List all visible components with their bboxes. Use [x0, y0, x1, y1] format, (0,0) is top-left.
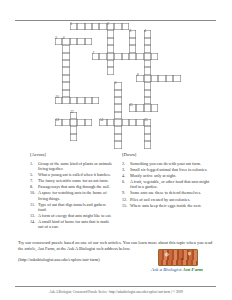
block-r15c9	[122, 134, 129, 141]
block-r6c10	[129, 67, 136, 74]
clue-num: 2.	[122, 161, 130, 166]
block-r15c11	[136, 134, 143, 141]
clue-number-2: 2	[107, 23, 109, 27]
block-r15c3	[77, 134, 84, 141]
cell-r4c9[interactable]	[122, 53, 129, 60]
block-r1c14	[158, 30, 165, 37]
block-r10c9	[122, 97, 129, 104]
block-r12c5	[92, 112, 99, 119]
clue-across-10: 10.A space for watching ants in the home…	[30, 190, 114, 200]
cell-r9c8[interactable]	[114, 90, 121, 97]
cell-r2c12[interactable]	[144, 38, 151, 45]
block-r16c11	[136, 141, 143, 148]
block-r1c15	[166, 30, 173, 37]
cell-r1c10[interactable]: 3	[129, 30, 136, 37]
cell-r13c3[interactable]	[77, 119, 84, 126]
cell-r9c1[interactable]	[62, 90, 69, 97]
cell-r13c12[interactable]: 15	[144, 119, 151, 126]
across-clues-list: 1.Group of the same kind of plants or an…	[30, 161, 114, 230]
block-r12c9	[122, 112, 129, 119]
block-r10c15	[166, 97, 173, 104]
cell-r2c1[interactable]: 6	[62, 38, 69, 45]
cell-r2c4[interactable]	[85, 38, 92, 45]
cell-r10c1[interactable]	[62, 97, 69, 104]
cell-r0c6[interactable]	[99, 23, 106, 30]
block-r3c15	[166, 45, 173, 52]
cell-r8c8[interactable]: 9	[114, 82, 121, 89]
cell-r0c4[interactable]	[85, 23, 92, 30]
block-r3c2	[70, 45, 77, 52]
block-r3c3	[77, 45, 84, 52]
cell-r13c10[interactable]	[129, 119, 136, 126]
clue-down-2: 2.Something you can do with your ant far…	[122, 161, 216, 166]
block-r5c11	[136, 60, 143, 67]
block-r11c0	[55, 104, 62, 111]
clue-num: 6.	[122, 179, 130, 189]
block-r6c2	[70, 67, 77, 74]
block-r5c5	[92, 60, 99, 67]
block-r11c4	[85, 104, 92, 111]
block-r3c4	[85, 45, 92, 52]
clue-text: A form of energy that ants might like to…	[38, 213, 114, 218]
block-r13c13	[151, 119, 158, 126]
block-r16c15	[166, 141, 173, 148]
block-r12c10	[129, 112, 136, 119]
cell-r3c12[interactable]	[144, 45, 151, 52]
clue-text: A small kind of home for ants that is ma…	[38, 219, 114, 229]
cell-r4c8[interactable]	[114, 53, 121, 60]
cell-r13c7[interactable]	[107, 119, 114, 126]
cell-r2c3[interactable]	[77, 38, 84, 45]
block-r6c5	[92, 67, 99, 74]
block-r4c0	[55, 53, 62, 60]
block-r15c13	[151, 134, 158, 141]
block-r3c9	[122, 45, 129, 52]
block-r6c4	[85, 67, 92, 74]
block-r12c1	[62, 112, 69, 119]
cell-r10c5[interactable]	[92, 97, 99, 104]
block-r6c8	[114, 67, 121, 74]
cell-r0c3[interactable]	[77, 23, 84, 30]
cell-r2c0[interactable]: 5	[55, 38, 62, 45]
cell-r5c1[interactable]	[62, 60, 69, 67]
block-r12c7	[107, 112, 114, 119]
cell-r13c11[interactable]	[136, 119, 143, 126]
block-r3c14	[158, 45, 165, 52]
clue-text: Piles of soil created by ant colonies.	[130, 197, 216, 202]
cell-r7c13[interactable]	[151, 75, 158, 82]
block-r1c5	[92, 30, 99, 37]
cell-r10c4[interactable]	[85, 97, 92, 104]
clue-text: Group of the same kind of plants or anim…	[38, 161, 114, 171]
block-r16c4	[85, 141, 92, 148]
block-r5c15	[166, 60, 173, 67]
block-r1c11	[136, 30, 143, 37]
block-r3c13	[151, 45, 158, 52]
down-clues-list: 2.Something you can do with your ant far…	[122, 161, 216, 208]
clue-text: Some ants use these to defend themselves…	[130, 190, 216, 195]
block-r4c4	[85, 53, 92, 60]
cell-r12c8[interactable]	[114, 112, 121, 119]
block-r14c7	[107, 126, 114, 133]
cell-r0c7[interactable]: 2	[107, 23, 114, 30]
block-r7c3	[77, 75, 84, 82]
block-r2c15	[166, 38, 173, 45]
block-r5c10	[129, 60, 136, 67]
block-r10c7	[107, 97, 114, 104]
block-r2c8	[114, 38, 121, 45]
cell-r0c5[interactable]	[92, 23, 99, 30]
block-r12c13	[151, 112, 158, 119]
cell-r3c7[interactable]	[107, 45, 114, 52]
block-r7c2	[70, 75, 77, 82]
clue-num: 5.	[30, 172, 38, 177]
clue-number-1: 1	[70, 23, 72, 27]
block-r5c0	[55, 60, 62, 67]
block-r1c9	[122, 30, 129, 37]
cell-r14c8[interactable]	[114, 126, 121, 133]
block-r10c11	[136, 97, 143, 104]
cell-r4c7[interactable]	[107, 53, 114, 60]
block-r10c14	[158, 97, 165, 104]
clue-text: Type of ant that digs tunnels and gather…	[38, 202, 114, 212]
clue-number-12: 12	[70, 111, 73, 115]
block-r14c14	[158, 126, 165, 133]
block-r5c8	[114, 60, 121, 67]
block-r1c3	[77, 30, 84, 37]
block-r14c15	[166, 126, 173, 133]
clue-down-4: 4.Mostly active only at night.	[122, 173, 216, 178]
cell-r3c10[interactable]	[129, 45, 136, 52]
clue-num: 3.	[122, 167, 130, 172]
block-r9c5	[92, 90, 99, 97]
clue-number-15: 15	[144, 119, 147, 123]
cell-r8c1[interactable]	[62, 82, 69, 89]
block-r15c7	[107, 134, 114, 141]
block-r14c3	[77, 126, 84, 133]
cell-r15c8[interactable]	[114, 134, 121, 141]
block-r6c15	[166, 67, 173, 74]
block-r16c3	[77, 141, 84, 148]
clue-num: 12.	[122, 197, 130, 202]
block-r5c13	[151, 60, 158, 67]
block-r15c10	[129, 134, 136, 141]
page: 123456789101112131415 [Across] 1.Group o…	[0, 0, 232, 300]
block-r14c11	[136, 126, 143, 133]
block-r8c10	[129, 82, 136, 89]
block-r9c15	[166, 90, 173, 97]
cell-r4c5[interactable]: 7	[92, 53, 99, 60]
block-r3c6	[99, 45, 106, 52]
clue-text: Where ants keep their eggs inside the ne…	[130, 203, 216, 208]
ant-farm-photo	[158, 249, 198, 266]
block-r2c5	[92, 38, 99, 45]
clue-text: Something you can do with your ant farm.	[130, 161, 216, 166]
block-r1c4	[85, 30, 92, 37]
cell-r2c7[interactable]	[107, 38, 114, 45]
block-r11c9	[122, 104, 129, 111]
cell-r15c2[interactable]	[70, 134, 77, 141]
cell-r2c10[interactable]	[129, 38, 136, 45]
block-r15c15	[166, 134, 173, 141]
block-r0c11	[136, 23, 143, 30]
cell-r7c16[interactable]	[173, 75, 180, 82]
cell-r11c11[interactable]	[136, 104, 143, 111]
cell-r16c8[interactable]	[114, 141, 121, 148]
block-r8c14	[158, 82, 165, 89]
block-r13c16	[173, 119, 180, 126]
down-clues-column: [Down] 2.Something you can do with your …	[122, 152, 216, 209]
clue-text: Small six-legged animal that lives in co…	[130, 167, 216, 172]
block-r2c9	[122, 38, 129, 45]
block-r9c6	[99, 90, 106, 97]
cell-r5c12[interactable]	[144, 60, 151, 67]
clue-number-6: 6	[63, 37, 65, 41]
block-r0c1	[62, 23, 69, 30]
block-r8c13	[151, 82, 158, 89]
clue-num: 11.	[30, 202, 38, 212]
clue-down-12: 12.Piles of soil created by ant colonies…	[122, 197, 216, 202]
block-r8c11	[136, 82, 143, 89]
cell-r0c8[interactable]	[114, 23, 121, 30]
block-r12c14	[158, 112, 165, 119]
cell-r1c12[interactable]: 4	[144, 30, 151, 37]
block-r8c2	[70, 82, 77, 89]
clue-num: 9.	[122, 190, 130, 195]
block-r15c1	[62, 134, 69, 141]
cell-r11c10[interactable]: 11	[129, 104, 136, 111]
cell-r13c8[interactable]	[114, 119, 121, 126]
clue-number-13: 13	[56, 119, 59, 123]
cell-r16c12[interactable]	[144, 141, 151, 148]
block-r14c4	[85, 126, 92, 133]
clue-across-1: 1.Group of the same kind of plants or an…	[30, 161, 114, 171]
cell-r13c0[interactable]: 13	[55, 119, 62, 126]
block-r8c4	[85, 82, 92, 89]
block-r16c6	[99, 141, 106, 148]
cell-r14c12[interactable]	[144, 126, 151, 133]
block-r0c0	[55, 23, 62, 30]
cell-r5c7[interactable]	[107, 60, 114, 67]
cell-r13c4[interactable]	[85, 119, 92, 126]
block-r14c9	[122, 126, 129, 133]
clue-text: A fruit, vegetable, or other food that a…	[130, 179, 216, 189]
block-r5c9	[122, 60, 129, 67]
cell-r10c0[interactable]: 10	[55, 97, 62, 104]
cell-r15c12[interactable]	[144, 134, 151, 141]
block-r16c16	[173, 141, 180, 148]
clue-number-9: 9	[115, 82, 117, 86]
block-r15c16	[173, 134, 180, 141]
block-r2c14	[158, 38, 165, 45]
cell-r7c14[interactable]	[158, 75, 165, 82]
block-r8c16	[173, 82, 180, 89]
block-r9c16	[173, 90, 180, 97]
block-r16c9	[122, 141, 129, 148]
block-r8c9	[122, 82, 129, 89]
block-r11c14	[158, 104, 165, 111]
block-r2c13	[151, 38, 158, 45]
block-r15c4	[85, 134, 92, 141]
cell-r13c6[interactable]: 14	[99, 119, 106, 126]
cell-r0c9[interactable]	[122, 23, 129, 30]
cell-r7c12[interactable]	[144, 75, 151, 82]
block-r9c14	[158, 90, 165, 97]
logo-caption: Ask a Biologist Ant Farm	[138, 267, 216, 273]
cell-r13c9[interactable]	[122, 119, 129, 126]
clue-number-5: 5	[56, 37, 58, 41]
block-r9c2	[70, 90, 77, 97]
clue-num: 13.	[30, 213, 38, 218]
cell-r6c1[interactable]	[62, 67, 69, 74]
clue-num: 1.	[30, 161, 38, 171]
block-r5c14	[158, 60, 165, 67]
cell-r3c1[interactable]	[62, 45, 69, 52]
cell-r7c1[interactable]	[62, 75, 69, 82]
clue-num: 15.	[122, 203, 130, 208]
block-r16c13	[151, 141, 158, 148]
clue-across-11: 11.Type of ant that digs tunnels and gat…	[30, 202, 114, 212]
cell-r6c12[interactable]	[144, 67, 151, 74]
block-r9c10	[129, 90, 136, 97]
article-url: (http://askabiologist.asu.edu/explore/an…	[18, 257, 100, 262]
block-r0c16	[173, 23, 180, 30]
clue-across-5: 5.What a young ant is called when it hat…	[30, 172, 114, 177]
clue-across-7: 7.The fancy scientific name for an ant f…	[30, 178, 114, 183]
block-r1c2	[70, 30, 77, 37]
clue-number-10: 10	[56, 96, 59, 100]
cell-r8c12[interactable]	[144, 82, 151, 89]
cell-r10c3[interactable]	[77, 97, 84, 104]
block-r9c11	[136, 90, 143, 97]
block-r0c13	[151, 23, 158, 30]
block-r16c5	[92, 141, 99, 148]
clue-across-14: 14.A small kind of home for ants that is…	[30, 219, 114, 229]
cell-r9c12[interactable]	[144, 90, 151, 97]
clue-number-11: 11	[130, 104, 133, 108]
block-r4c16	[173, 53, 180, 60]
cell-r2c2[interactable]	[70, 38, 77, 45]
block-r12c16	[173, 112, 180, 119]
block-r7c10	[129, 75, 136, 82]
block-r5c2	[70, 60, 77, 67]
cell-r13c2[interactable]	[70, 119, 77, 126]
block-r6c6	[99, 67, 106, 74]
cell-r0c2[interactable]: 1	[70, 23, 77, 30]
block-r11c1	[62, 104, 69, 111]
block-r1c13	[151, 30, 158, 37]
block-r15c5	[92, 134, 99, 141]
block-r6c0	[55, 67, 62, 74]
block-r1c6	[99, 30, 106, 37]
block-r15c14	[158, 134, 165, 141]
block-r6c9	[122, 67, 129, 74]
cell-r6c7[interactable]	[107, 67, 114, 74]
block-r10c6	[99, 97, 106, 104]
block-r16c2	[70, 141, 77, 148]
block-r16c10	[129, 141, 136, 148]
cell-r4c12[interactable]	[144, 53, 151, 60]
block-r15c0	[55, 134, 62, 141]
block-r16c7	[107, 141, 114, 148]
block-r11c6	[99, 104, 106, 111]
cell-r7c15[interactable]	[166, 75, 173, 82]
cell-r14c2[interactable]	[70, 126, 77, 133]
block-r7c4	[85, 75, 92, 82]
cell-r11c12[interactable]	[144, 104, 151, 111]
clue-text: Mostly active only at night.	[130, 173, 216, 178]
cell-r11c13[interactable]	[151, 104, 158, 111]
block-r11c5	[92, 104, 99, 111]
block-r12c3	[77, 112, 84, 119]
block-r13c14	[158, 119, 165, 126]
block-r13c15	[166, 119, 173, 126]
cell-r4c1[interactable]	[62, 53, 69, 60]
block-r2c6	[99, 38, 106, 45]
cell-r1c7[interactable]	[107, 30, 114, 37]
block-r6c14	[158, 67, 165, 74]
cell-r10c8[interactable]	[114, 97, 121, 104]
brand-name: Ask a Biologist	[151, 267, 181, 272]
block-r5c4	[85, 60, 92, 67]
clue-num: 8.	[30, 184, 38, 189]
block-r9c3	[77, 90, 84, 97]
cell-r10c2[interactable]	[70, 97, 77, 104]
block-r14c13	[151, 126, 158, 133]
cell-r7c11[interactable]: 8	[136, 75, 143, 82]
block-r5c3	[77, 60, 84, 67]
clue-across-13: 13.A form of energy that ants might like…	[30, 213, 114, 218]
block-r14c10	[129, 126, 136, 133]
top-rule	[15, 20, 216, 21]
cell-r11c8[interactable]	[114, 104, 121, 111]
block-r7c7	[107, 75, 114, 82]
block-r1c16	[173, 30, 180, 37]
block-r8c15	[166, 82, 173, 89]
crossword-grid: 123456789101112131415	[55, 23, 181, 149]
block-r9c4	[85, 90, 92, 97]
block-r9c7	[107, 90, 114, 97]
block-r14c0	[55, 126, 62, 133]
block-r7c5	[92, 75, 99, 82]
block-r4c2	[70, 53, 77, 60]
block-r2c11	[136, 38, 143, 45]
block-r3c8	[114, 45, 121, 52]
article-topic: Ant Farm	[183, 267, 203, 272]
cell-r12c2[interactable]: 12	[70, 112, 77, 119]
clue-number-3: 3	[130, 30, 132, 34]
cell-r4c13[interactable]	[151, 53, 158, 60]
clue-down-15: 15.Where ants keep their eggs inside the…	[122, 203, 216, 208]
block-r12c11	[136, 112, 143, 119]
cell-r10c12[interactable]	[144, 97, 151, 104]
clue-down-3: 3.Small six-legged animal that lives in …	[122, 167, 216, 172]
block-r10c13	[151, 97, 158, 104]
block-r11c7	[107, 104, 114, 111]
block-r16c14	[158, 141, 165, 148]
block-r10c16	[173, 97, 180, 104]
block-r6c16	[173, 67, 180, 74]
block-r3c11	[136, 45, 143, 52]
cell-r13c1[interactable]	[62, 119, 69, 126]
cell-r4c11[interactable]	[136, 53, 143, 60]
bottom-rule	[15, 286, 216, 287]
cell-r4c6[interactable]	[99, 53, 106, 60]
cell-r4c10[interactable]	[129, 53, 136, 60]
block-r11c16	[173, 104, 180, 111]
clue-text: Passageways that ants dig through the so…	[38, 184, 114, 189]
block-r14c1	[62, 126, 69, 133]
